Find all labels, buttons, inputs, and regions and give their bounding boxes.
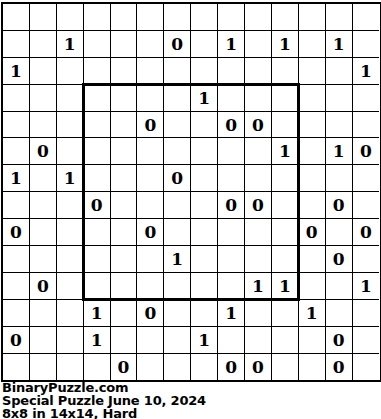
cell-r8c5: 0 — [137, 219, 164, 246]
cell-r12c9[interactable] — [245, 327, 272, 354]
cell-r12c4[interactable] — [111, 327, 138, 354]
cell-r2c12[interactable] — [326, 58, 353, 85]
cell-r13c7[interactable] — [191, 354, 218, 381]
cell-r9c13[interactable] — [353, 246, 380, 273]
cell-r11c3: 1 — [84, 300, 111, 327]
cell-r2c4[interactable] — [111, 58, 138, 85]
cell-r3c6[interactable] — [164, 85, 191, 112]
cell-r10c8[interactable] — [218, 273, 245, 300]
cell-r0c0[interactable] — [3, 4, 30, 31]
puzzle-grid: 1011111100001101100000000010011110110110… — [1, 2, 381, 382]
cell-r8c3[interactable] — [84, 219, 111, 246]
cell-r8c13: 0 — [353, 219, 380, 246]
cell-r12c11[interactable] — [299, 327, 326, 354]
cell-r3c11[interactable] — [299, 85, 326, 112]
cell-r7c5[interactable] — [137, 192, 164, 219]
cell-r0c9[interactable] — [245, 4, 272, 31]
cell-r5c6[interactable] — [164, 138, 191, 165]
cell-r7c11[interactable] — [299, 192, 326, 219]
cell-r11c9[interactable] — [245, 300, 272, 327]
cell-r1c1[interactable] — [30, 31, 57, 58]
cell-r10c0[interactable] — [3, 273, 30, 300]
cell-r5c5[interactable] — [137, 138, 164, 165]
cell-r12c3: 1 — [84, 327, 111, 354]
cell-r2c9[interactable] — [245, 58, 272, 85]
puzzle-area: 1011111100001101100000000010011110110110… — [1, 2, 381, 382]
cell-r5c1: 0 — [30, 138, 57, 165]
cell-r10c9: 1 — [245, 273, 272, 300]
cell-r2c11[interactable] — [299, 58, 326, 85]
cell-r10c3[interactable] — [84, 273, 111, 300]
cell-r3c10[interactable] — [272, 85, 299, 112]
cell-r1c4[interactable] — [111, 31, 138, 58]
cell-r0c12[interactable] — [326, 4, 353, 31]
cell-r2c6[interactable] — [164, 58, 191, 85]
cell-r9c2[interactable] — [57, 246, 84, 273]
cell-r11c4[interactable] — [111, 300, 138, 327]
cell-r2c8[interactable] — [218, 58, 245, 85]
cell-r3c8[interactable] — [218, 85, 245, 112]
cell-r7c4[interactable] — [111, 192, 138, 219]
cell-r11c13[interactable] — [353, 300, 380, 327]
cell-r2c0: 1 — [3, 58, 30, 85]
cell-r13c2[interactable] — [57, 354, 84, 381]
cell-r13c1[interactable] — [30, 354, 57, 381]
cell-r7c12: 0 — [326, 192, 353, 219]
cell-r6c0: 1 — [3, 165, 30, 192]
cell-r4c10[interactable] — [272, 112, 299, 139]
cell-r6c2: 1 — [57, 165, 84, 192]
cell-r8c0: 0 — [3, 219, 30, 246]
cell-r11c10[interactable] — [272, 300, 299, 327]
cell-r13c0[interactable] — [3, 354, 30, 381]
cell-r10c2[interactable] — [57, 273, 84, 300]
cell-r10c6[interactable] — [164, 273, 191, 300]
cell-r10c7[interactable] — [191, 273, 218, 300]
cell-r3c12[interactable] — [326, 85, 353, 112]
cell-r1c13[interactable] — [353, 31, 380, 58]
cell-r5c10: 1 — [272, 138, 299, 165]
cell-r8c10[interactable] — [272, 219, 299, 246]
cell-r7c7[interactable] — [191, 192, 218, 219]
cell-r1c5[interactable] — [137, 31, 164, 58]
cell-r13c9: 0 — [245, 354, 272, 381]
cell-r6c12[interactable] — [326, 165, 353, 192]
cell-r4c11[interactable] — [299, 112, 326, 139]
cell-r12c8[interactable] — [218, 327, 245, 354]
cell-r13c4: 0 — [111, 354, 138, 381]
cell-r5c2[interactable] — [57, 138, 84, 165]
cell-r0c4[interactable] — [111, 4, 138, 31]
cell-r6c7[interactable] — [191, 165, 218, 192]
page: 1011111100001101100000000010011110110110… — [0, 2, 381, 419]
cell-r13c10[interactable] — [272, 354, 299, 381]
cell-r0c6[interactable] — [164, 4, 191, 31]
cell-r1c10: 1 — [272, 31, 299, 58]
cell-r0c3[interactable] — [84, 4, 111, 31]
cell-r7c0[interactable] — [3, 192, 30, 219]
cell-r1c12: 1 — [326, 31, 353, 58]
cell-r11c2[interactable] — [57, 300, 84, 327]
cell-r13c5[interactable] — [137, 354, 164, 381]
cell-r0c5[interactable] — [137, 4, 164, 31]
cell-r12c5[interactable] — [137, 327, 164, 354]
cell-r3c2[interactable] — [57, 85, 84, 112]
cell-r6c13[interactable] — [353, 165, 380, 192]
cell-r6c8[interactable] — [218, 165, 245, 192]
cell-r0c13[interactable] — [353, 4, 380, 31]
footer: BinaryPuzzle.com Special Puzzle June 10,… — [2, 382, 381, 419]
cell-r9c9[interactable] — [245, 246, 272, 273]
cell-r3c3[interactable] — [84, 85, 111, 112]
cell-r1c0[interactable] — [3, 31, 30, 58]
cell-r9c10[interactable] — [272, 246, 299, 273]
cell-r8c2[interactable] — [57, 219, 84, 246]
cell-r1c8: 1 — [218, 31, 245, 58]
cell-r9c1[interactable] — [30, 246, 57, 273]
cell-r7c1[interactable] — [30, 192, 57, 219]
cell-r13c6[interactable] — [164, 354, 191, 381]
cell-r7c10[interactable] — [272, 192, 299, 219]
cell-r4c7[interactable] — [191, 112, 218, 139]
cell-r8c1[interactable] — [30, 219, 57, 246]
cell-r10c13: 1 — [353, 273, 380, 300]
cell-r0c10[interactable] — [272, 4, 299, 31]
cell-r0c8[interactable] — [218, 4, 245, 31]
cell-r4c13[interactable] — [353, 112, 380, 139]
cell-r3c4[interactable] — [111, 85, 138, 112]
cell-r1c9[interactable] — [245, 31, 272, 58]
cell-r4c6[interactable] — [164, 112, 191, 139]
cell-r12c13[interactable] — [353, 327, 380, 354]
cell-r6c9[interactable] — [245, 165, 272, 192]
cell-r4c3[interactable] — [84, 112, 111, 139]
cell-r6c10[interactable] — [272, 165, 299, 192]
cell-r5c3[interactable] — [84, 138, 111, 165]
cell-r11c11: 1 — [299, 300, 326, 327]
cell-r9c0[interactable] — [3, 246, 30, 273]
cell-r11c7[interactable] — [191, 300, 218, 327]
cell-r9c3[interactable] — [84, 246, 111, 273]
cell-r9c7[interactable] — [191, 246, 218, 273]
cell-r5c11[interactable] — [299, 138, 326, 165]
cell-r5c8[interactable] — [218, 138, 245, 165]
cell-r10c4[interactable] — [111, 273, 138, 300]
cell-r10c10: 1 — [272, 273, 299, 300]
cell-r0c7[interactable] — [191, 4, 218, 31]
cell-r9c8[interactable] — [218, 246, 245, 273]
cell-r6c1[interactable] — [30, 165, 57, 192]
cell-r9c6: 1 — [164, 246, 191, 273]
cell-r11c5: 0 — [137, 300, 164, 327]
cell-r5c4[interactable] — [111, 138, 138, 165]
cell-r4c2[interactable] — [57, 112, 84, 139]
cell-r7c6[interactable] — [164, 192, 191, 219]
cell-r13c12: 0 — [326, 354, 353, 381]
cell-r9c12: 0 — [326, 246, 353, 273]
cell-r2c13: 1 — [353, 58, 380, 85]
cell-r1c3[interactable] — [84, 31, 111, 58]
cell-r5c12: 1 — [326, 138, 353, 165]
cell-r11c6[interactable] — [164, 300, 191, 327]
cell-r1c7[interactable] — [191, 31, 218, 58]
cell-r5c0[interactable] — [3, 138, 30, 165]
cell-r3c7: 1 — [191, 85, 218, 112]
cell-r11c1[interactable] — [30, 300, 57, 327]
cell-r3c1[interactable] — [30, 85, 57, 112]
cell-r12c0: 0 — [3, 327, 30, 354]
cell-r4c5: 0 — [137, 112, 164, 139]
cell-r8c7[interactable] — [191, 219, 218, 246]
cell-r2c2[interactable] — [57, 58, 84, 85]
cell-r2c1[interactable] — [30, 58, 57, 85]
cell-r6c6: 0 — [164, 165, 191, 192]
cell-r4c12[interactable] — [326, 112, 353, 139]
cell-r7c8: 0 — [218, 192, 245, 219]
cell-r12c10[interactable] — [272, 327, 299, 354]
cell-r4c9: 0 — [245, 112, 272, 139]
cell-r4c0[interactable] — [3, 112, 30, 139]
cell-r12c12: 0 — [326, 327, 353, 354]
cell-r8c9[interactable] — [245, 219, 272, 246]
puzzle-info: 8x8 in 14x14, Hard — [2, 408, 381, 419]
cell-r4c1[interactable] — [30, 112, 57, 139]
cell-r10c5[interactable] — [137, 273, 164, 300]
cell-r5c13: 0 — [353, 138, 380, 165]
cell-r3c13[interactable] — [353, 85, 380, 112]
cell-r6c5[interactable] — [137, 165, 164, 192]
cell-r10c1: 0 — [30, 273, 57, 300]
cell-r2c5[interactable] — [137, 58, 164, 85]
cell-r3c5[interactable] — [137, 85, 164, 112]
cell-r10c11[interactable] — [299, 273, 326, 300]
cell-r8c4[interactable] — [111, 219, 138, 246]
cell-r12c2[interactable] — [57, 327, 84, 354]
cell-r7c13[interactable] — [353, 192, 380, 219]
cell-r13c8: 0 — [218, 354, 245, 381]
cell-r9c4[interactable] — [111, 246, 138, 273]
cell-r0c1[interactable] — [30, 4, 57, 31]
cell-r1c2: 1 — [57, 31, 84, 58]
cell-r9c11[interactable] — [299, 246, 326, 273]
cell-r5c9[interactable] — [245, 138, 272, 165]
cell-r11c0[interactable] — [3, 300, 30, 327]
cell-r0c2[interactable] — [57, 4, 84, 31]
cell-r2c10[interactable] — [272, 58, 299, 85]
cell-r1c6: 0 — [164, 31, 191, 58]
cell-r7c3: 0 — [84, 192, 111, 219]
cell-r12c6[interactable] — [164, 327, 191, 354]
cell-r6c11[interactable] — [299, 165, 326, 192]
cell-r4c8: 0 — [218, 112, 245, 139]
cell-r13c13[interactable] — [353, 354, 380, 381]
cell-r3c0[interactable] — [3, 85, 30, 112]
cell-r6c4[interactable] — [111, 165, 138, 192]
cell-r0c11[interactable] — [299, 4, 326, 31]
cell-r13c11[interactable] — [299, 354, 326, 381]
cell-r9c5[interactable] — [137, 246, 164, 273]
cell-r11c12[interactable] — [326, 300, 353, 327]
cell-r8c8[interactable] — [218, 219, 245, 246]
cell-r4c4[interactable] — [111, 112, 138, 139]
cell-r8c11: 0 — [299, 219, 326, 246]
cell-r8c6[interactable] — [164, 219, 191, 246]
cell-r12c7: 1 — [191, 327, 218, 354]
cell-r11c8: 1 — [218, 300, 245, 327]
cell-r13c3[interactable] — [84, 354, 111, 381]
cell-r1c11[interactable] — [299, 31, 326, 58]
cell-r2c3[interactable] — [84, 58, 111, 85]
cell-r7c2[interactable] — [57, 192, 84, 219]
cell-r3c9[interactable] — [245, 85, 272, 112]
cell-r7c9: 0 — [245, 192, 272, 219]
cell-r6c3[interactable] — [84, 165, 111, 192]
cell-r5c7[interactable] — [191, 138, 218, 165]
cell-r2c7[interactable] — [191, 58, 218, 85]
cell-r8c12[interactable] — [326, 219, 353, 246]
cell-r10c12[interactable] — [326, 273, 353, 300]
cell-r12c1[interactable] — [30, 327, 57, 354]
